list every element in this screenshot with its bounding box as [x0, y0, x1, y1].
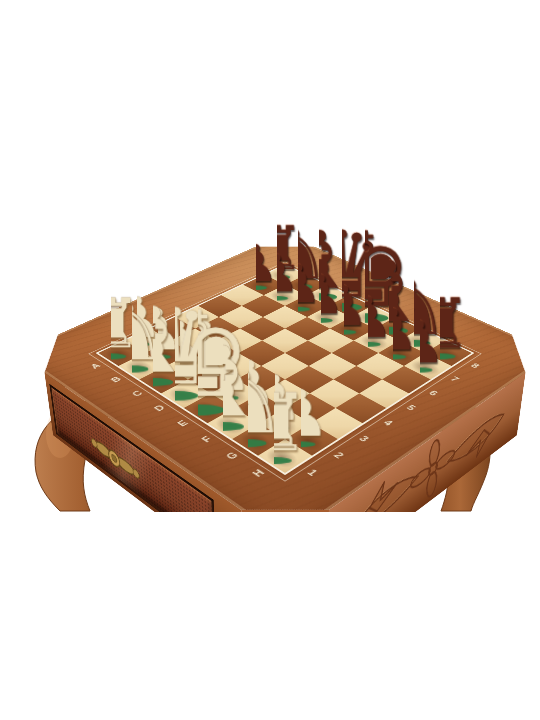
pieces-layer: ♜♞♝♛♚♝♞♜♟♟♟♟♟♟♟♟♟♟♟♟♟♟♟♟♜♞♝♛♚♝♞♜ [16, 233, 540, 540]
photo-crop [0, 512, 540, 720]
chess-table-photo: ABCDEFGH 12345678 ♜♞♝♛♚♝♞♜♟♟♟♟♟♟♟♟♟♟♟♟♟♟… [0, 0, 540, 720]
piece-black-pawn-h7[interactable]: ♟ [404, 353, 452, 379]
piece-white-rook-h1[interactable]: ♜ [258, 439, 312, 473]
table-top: ABCDEFGH 12345678 ♜♞♝♛♚♝♞♜♟♟♟♟♟♟♟♟♟♟♟♟♟♟… [16, 233, 540, 540]
